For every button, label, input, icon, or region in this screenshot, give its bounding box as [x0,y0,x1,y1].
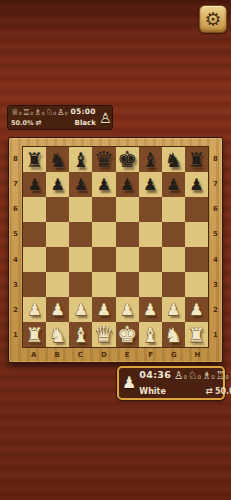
square-g1[interactable]: ♞ [162,322,185,347]
black-win-percent: 50.0% [11,119,34,127]
square-b2[interactable]: ♟ [46,297,69,322]
piece-black-pawn[interactable]: ♟ [120,177,134,193]
square-a6[interactable] [23,197,46,222]
exchange-arrows-icon: ⇄ [36,119,42,126]
file-label-e: E [116,348,139,362]
rank-label-5: 5 [209,222,222,247]
file-label-c: C [69,348,92,362]
square-c8[interactable]: ♝ [69,147,92,172]
square-d2[interactable]: ♟ [92,297,115,322]
black-player-panel: ♕0♖0♗0♘0♙0 50.0% ⇄ 05:00 Black ♙ [7,105,113,130]
file-label-b: B [45,348,68,362]
square-b7[interactable]: ♟ [46,172,69,197]
square-d4[interactable] [92,247,115,272]
rank-label-2: 2 [209,298,222,323]
square-f4[interactable] [139,247,162,272]
white-clock: 04:36 [139,370,171,380]
square-c1[interactable]: ♝ [69,322,92,347]
rank-label-2: 2 [9,298,22,323]
square-f3[interactable] [139,272,162,297]
rank-label-7: 7 [209,171,222,196]
captured-white-bishop-icon: ♗0 [34,108,45,117]
board-grid: ♜♞♝♛♚♝♞♜♟♟♟♟♟♟♟♟♟♟♟♟♟♟♟♟♜♞♝♛♚♝♞♜ [22,146,209,348]
piece-black-pawn[interactable]: ♟ [51,177,65,193]
square-g4[interactable] [162,247,185,272]
square-b1[interactable]: ♞ [46,322,69,347]
square-c4[interactable] [69,247,92,272]
black-win-percent-row: 50.0% ⇄ [11,119,68,127]
square-a5[interactable] [23,222,46,247]
square-f7[interactable]: ♟ [139,172,162,197]
white-player-panel: ♟ 04:36 White ♙0♘0♗0♖0♕0 ⇄ 50.0% [117,366,225,400]
square-h7[interactable]: ♟ [185,172,208,197]
square-c3[interactable] [69,272,92,297]
exchange-arrows-icon: ⇄ [206,387,213,396]
square-c5[interactable] [69,222,92,247]
rank-label-6: 6 [209,197,222,222]
square-e5[interactable] [116,222,139,247]
white-player-piece-icon: ♟ [122,375,136,391]
piece-black-king[interactable]: ♚ [117,149,137,171]
white-win-percent-row: ⇄ 50.0% [206,387,231,396]
white-win-percent: 50.0% [215,387,231,396]
piece-black-pawn[interactable]: ♟ [189,177,203,193]
rank-label-5: 5 [9,222,22,247]
piece-white-queen[interactable]: ♛ [94,324,114,346]
square-f5[interactable] [139,222,162,247]
captured-black-knight-icon: ♘0 [188,370,201,381]
square-b4[interactable] [46,247,69,272]
square-e4[interactable] [116,247,139,272]
piece-white-knight[interactable]: ♞ [49,325,67,345]
piece-white-rook[interactable]: ♜ [187,325,205,345]
black-player-name: Black [75,120,96,127]
square-d7[interactable]: ♟ [92,172,115,197]
rank-label-4: 4 [209,247,222,272]
square-h5[interactable] [185,222,208,247]
black-clock: 05:00 [71,108,96,116]
captured-black-queen-icon: ♕0 [230,370,231,381]
piece-black-pawn[interactable]: ♟ [74,177,88,193]
square-h6[interactable] [185,197,208,222]
piece-black-knight[interactable]: ♞ [164,150,182,170]
square-a8[interactable]: ♜ [23,147,46,172]
captured-white-queen-icon: ♕0 [11,108,22,117]
piece-black-rook[interactable]: ♜ [187,150,205,170]
piece-white-pawn[interactable]: ♟ [166,302,180,318]
piece-white-pawn[interactable]: ♟ [189,302,203,318]
square-f8[interactable]: ♝ [139,147,162,172]
rank-label-1: 1 [9,323,22,348]
square-g8[interactable]: ♞ [162,147,185,172]
square-b8[interactable]: ♞ [46,147,69,172]
square-a7[interactable]: ♟ [23,172,46,197]
piece-white-pawn[interactable]: ♟ [74,302,88,318]
square-e6[interactable] [116,197,139,222]
captured-white-rook-icon: ♖0 [23,108,34,117]
square-c7[interactable]: ♟ [69,172,92,197]
square-e3[interactable] [116,272,139,297]
square-g2[interactable]: ♟ [162,297,185,322]
rank-label-3: 3 [209,272,222,297]
square-e1[interactable]: ♚ [116,322,139,347]
rank-label-4: 4 [9,247,22,272]
square-f2[interactable]: ♟ [139,297,162,322]
square-c6[interactable] [69,197,92,222]
piece-white-knight[interactable]: ♞ [164,325,182,345]
piece-white-pawn[interactable]: ♟ [143,302,157,318]
captured-black-rook-icon: ♖0 [216,370,229,381]
piece-black-rook[interactable]: ♜ [26,150,44,170]
black-captured-tray: ♕0♖0♗0♘0♙0 [11,108,68,117]
rank-label-8: 8 [9,146,22,171]
square-h1[interactable]: ♜ [185,322,208,347]
captured-black-pawn-icon: ♙0 [174,370,187,381]
black-player-piece-icon: ♙ [99,111,112,125]
square-c2[interactable]: ♟ [69,297,92,322]
piece-black-pawn[interactable]: ♟ [166,177,180,193]
square-h2[interactable]: ♟ [185,297,208,322]
piece-white-pawn[interactable]: ♟ [120,302,134,318]
white-player-name: White [139,388,171,396]
square-b5[interactable] [46,222,69,247]
rank-label-6: 6 [9,197,22,222]
captured-white-pawn-icon: ♙0 [57,108,68,117]
square-d3[interactable] [92,272,115,297]
square-d5[interactable] [92,222,115,247]
square-a3[interactable] [23,272,46,297]
piece-black-pawn[interactable]: ♟ [27,177,41,193]
piece-white-king[interactable]: ♚ [117,324,137,346]
rank-label-3: 3 [9,272,22,297]
square-e2[interactable]: ♟ [116,297,139,322]
file-label-f: F [139,348,162,362]
rank-labels-right: 87654321 [209,146,222,348]
piece-white-bishop[interactable]: ♝ [72,325,90,345]
square-d1[interactable]: ♛ [92,322,115,347]
piece-white-pawn[interactable]: ♟ [27,302,41,318]
piece-black-pawn[interactable]: ♟ [97,177,111,193]
square-h3[interactable] [185,272,208,297]
square-h4[interactable] [185,247,208,272]
square-b3[interactable] [46,272,69,297]
gear-icon: ⚙ [204,10,221,29]
piece-white-rook[interactable]: ♜ [26,325,44,345]
square-f6[interactable] [139,197,162,222]
rank-label-7: 7 [9,171,22,196]
captured-white-knight-icon: ♘0 [46,108,57,117]
square-a4[interactable] [23,247,46,272]
square-d8[interactable]: ♛ [92,147,115,172]
piece-black-knight[interactable]: ♞ [49,150,67,170]
square-g3[interactable] [162,272,185,297]
white-captured-tray: ♙0♘0♗0♖0♕0 [174,370,231,381]
square-g5[interactable] [162,222,185,247]
square-e7[interactable]: ♟ [116,172,139,197]
app-screen: ⚙ ♕0♖0♗0♘0♙0 50.0% ⇄ 05:00 Black ♙ 87654… [0,0,231,500]
piece-white-bishop[interactable]: ♝ [141,325,159,345]
square-b6[interactable] [46,197,69,222]
square-a1[interactable]: ♜ [23,322,46,347]
piece-white-pawn[interactable]: ♟ [97,302,111,318]
square-g7[interactable]: ♟ [162,172,185,197]
square-g6[interactable] [162,197,185,222]
piece-black-queen[interactable]: ♛ [94,149,114,171]
settings-button[interactable]: ⚙ [199,5,227,33]
chess-board: 87654321 87654321 ABCDEFGH ♜♞♝♛♚♝♞♜♟♟♟♟♟… [8,137,223,363]
square-f1[interactable]: ♝ [139,322,162,347]
square-d6[interactable] [92,197,115,222]
piece-white-pawn[interactable]: ♟ [51,302,65,318]
piece-black-pawn[interactable]: ♟ [143,177,157,193]
piece-black-bishop[interactable]: ♝ [141,150,159,170]
file-label-a: A [22,348,45,362]
square-e8[interactable]: ♚ [116,147,139,172]
rank-label-1: 1 [209,323,222,348]
file-labels-bottom: ABCDEFGH [22,348,209,362]
captured-black-bishop-icon: ♗0 [202,370,215,381]
square-h8[interactable]: ♜ [185,147,208,172]
rank-labels-left: 87654321 [9,146,22,348]
file-label-h: H [186,348,209,362]
rank-label-8: 8 [209,146,222,171]
square-a2[interactable]: ♟ [23,297,46,322]
file-label-d: D [92,348,115,362]
file-label-g: G [162,348,185,362]
piece-black-bishop[interactable]: ♝ [72,150,90,170]
